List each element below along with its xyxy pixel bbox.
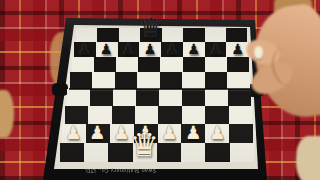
piece-black-pawn-f7[interactable]: ♟ bbox=[187, 42, 201, 56]
piece-white-queen-d1[interactable]: ♛ bbox=[128, 129, 161, 162]
piece-black-pawn-c7[interactable]: ♟ bbox=[121, 42, 135, 56]
piece-black-queen-d8[interactable]: ♛ bbox=[137, 15, 164, 42]
piece-white-pawn-f2[interactable]: ♟ bbox=[184, 124, 203, 143]
photo-canvas: Swan Stationery Co., LTD. ♛♟♟♟♟♟♟♟♟♟♟♟♟♟… bbox=[0, 0, 320, 180]
held-piece bbox=[254, 46, 263, 59]
piece-black-pawn-d7[interactable]: ♟ bbox=[143, 42, 157, 56]
piece-white-pawn-e2[interactable]: ♟ bbox=[160, 124, 179, 143]
cream-object-bottom-right bbox=[296, 136, 320, 180]
piece-black-pawn-a7[interactable]: ♟ bbox=[77, 42, 91, 56]
piece-white-pawn-g2[interactable]: ♟ bbox=[208, 124, 227, 143]
piece-black-pawn-b7[interactable]: ♟ bbox=[99, 42, 113, 56]
piece-black-pawn-h7[interactable]: ♟ bbox=[230, 42, 244, 56]
player-hand bbox=[246, 6, 320, 122]
piece-black-pawn-e7[interactable]: ♟ bbox=[165, 42, 179, 56]
piece-black-pawn-g7[interactable]: ♟ bbox=[208, 42, 222, 56]
piece-white-pawn-b2[interactable]: ♟ bbox=[88, 124, 107, 143]
piece-white-pawn-a2[interactable]: ♟ bbox=[64, 124, 83, 143]
